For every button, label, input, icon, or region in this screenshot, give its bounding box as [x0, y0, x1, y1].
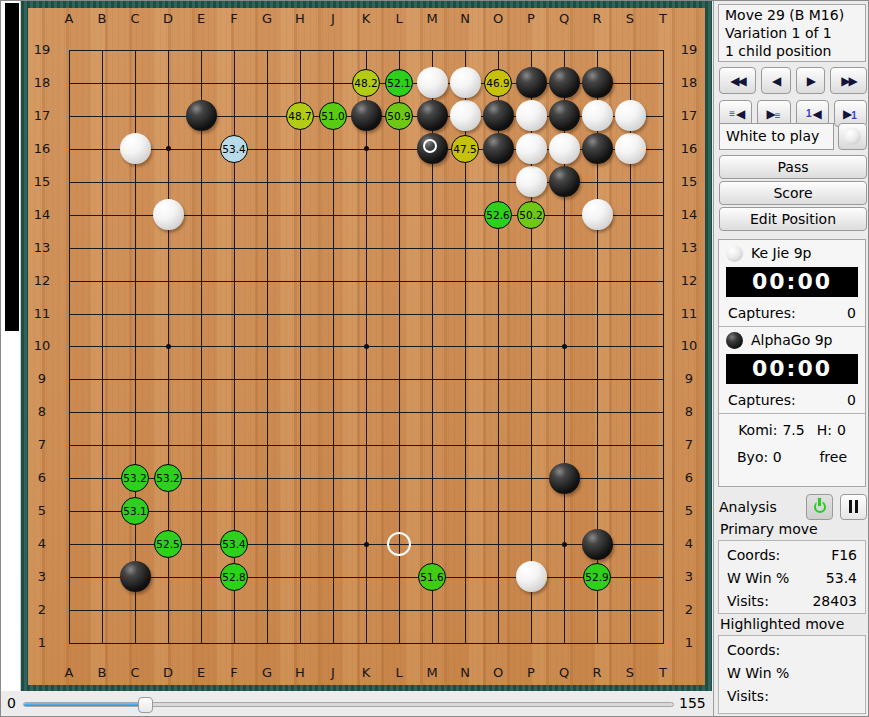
coord-label-top: C [123, 10, 147, 28]
turn-stone-button[interactable] [838, 123, 867, 150]
komi-value: 7.5 [782, 422, 804, 438]
white-stone-N17 [449, 99, 482, 132]
coord-label-top: K [354, 10, 378, 28]
turn-indicator: White to play [719, 123, 834, 150]
coord-label-top: D [156, 10, 180, 28]
coord-label-bottom: Q [552, 664, 576, 682]
pause-icon [849, 500, 858, 513]
app-window: AABBCCDDEEFFGGHHJJKKLLMMNNOOPPQQRRSSTT19… [0, 0, 869, 717]
coord-label-left: 16 [30, 140, 54, 158]
edit-position-button[interactable]: Edit Position [719, 207, 867, 231]
byo-label: Byo: [737, 449, 768, 465]
white-stone-S17 [614, 99, 647, 132]
coord-label-left: 5 [30, 502, 54, 520]
coord-label-right: 11 [677, 305, 701, 323]
analysis-circle-L18[interactable]: 52.1 [383, 66, 416, 99]
coord-label-left: 1 [30, 634, 54, 652]
white-stone-R17 [581, 99, 614, 132]
coord-label-left: 17 [30, 107, 54, 125]
analysis-circle-F4[interactable]: 53.4 [218, 528, 251, 561]
coord-label-top: P [519, 10, 543, 28]
primary-winrate-value: 53.4 [826, 570, 857, 586]
coord-label-right: 5 [677, 502, 701, 520]
black-stone-M16 [416, 132, 449, 165]
white-stone-R14 [581, 198, 614, 231]
white-stone-C16 [119, 132, 152, 165]
coord-label-right: 13 [677, 239, 701, 257]
analysis-circle-O18[interactable]: 46.9 [482, 66, 515, 99]
move-slider-fill [24, 703, 145, 706]
white-stone-Q16 [548, 132, 581, 165]
coord-label-bottom: E [189, 664, 213, 682]
coord-label-bottom: B [90, 664, 114, 682]
black-stone-K17 [350, 99, 383, 132]
white-stone-icon [726, 245, 743, 262]
analysis-circle-F3[interactable]: 52.8 [218, 561, 251, 594]
coord-label-left: 15 [30, 173, 54, 191]
coord-label-bottom: L [387, 664, 411, 682]
analysis-circle-N16[interactable]: 47.5 [449, 132, 482, 165]
score-button[interactable]: Score [719, 181, 867, 205]
coord-label-left: 19 [30, 41, 54, 59]
move-info-line3: 1 child position [725, 42, 859, 60]
coord-label-bottom: J [321, 664, 345, 682]
coord-label-top: M [420, 10, 444, 28]
black-stone-Q17 [548, 99, 581, 132]
coord-label-bottom: P [519, 664, 543, 682]
primary-move-label: Primary move [720, 521, 868, 539]
coord-label-top: N [453, 10, 477, 28]
coord-label-right: 18 [677, 74, 701, 92]
coord-label-bottom: O [486, 664, 510, 682]
white-stone-D14 [152, 198, 185, 231]
white-stone-S16 [614, 132, 647, 165]
collapsed-panel-bar[interactable] [5, 3, 19, 331]
coord-label-right: 6 [677, 469, 701, 487]
highlighted-coords-row: Coords: [727, 638, 857, 661]
side-panel: Move 29 (B M16) Variation 1 of 1 1 child… [713, 1, 869, 717]
coord-label-left: 8 [30, 403, 54, 421]
analysis-circle-R3[interactable]: 52.9 [581, 561, 614, 594]
black-stone-O16 [482, 132, 515, 165]
black-player-name: AlphaGo 9p [751, 332, 832, 348]
coord-label-left: 6 [30, 469, 54, 487]
last-move-marker [423, 139, 437, 153]
white-stone-P16 [515, 132, 548, 165]
coord-label-left: 3 [30, 568, 54, 586]
black-stone-icon [726, 332, 743, 349]
visits-label: Visits: [727, 593, 769, 609]
coord-label-top: L [387, 10, 411, 28]
move-info-line1: Move 29 (B M16) [725, 6, 859, 24]
captures-label: Captures: [728, 305, 796, 321]
coord-label-top: J [321, 10, 345, 28]
primary-visits-value: 28403 [812, 593, 857, 609]
black-stone-Q6 [548, 462, 581, 495]
byo-value: 0 [773, 449, 782, 465]
analysis-circle-L17[interactable]: 50.9 [383, 99, 416, 132]
move-slider-handle[interactable] [138, 697, 153, 713]
divider [719, 413, 865, 414]
left-gutter [1, 1, 21, 691]
analysis-circle-C5[interactable]: 53.1 [119, 495, 152, 528]
coords-label: Coords: [727, 547, 780, 563]
white-captures-value: 0 [847, 305, 856, 321]
highlighted-move-box: Coords: W Win % Visits: [718, 635, 866, 714]
white-stone-M18 [416, 66, 449, 99]
primary-coords-row: Coords: F16 [727, 543, 857, 566]
coord-label-bottom: F [222, 664, 246, 682]
analysis-circle-F16[interactable]: 53.4 [218, 132, 251, 165]
highlighted-move-label: Highlighted move [720, 616, 868, 634]
coord-label-right: 15 [677, 173, 701, 191]
coord-label-left: 11 [30, 305, 54, 323]
white-stone-P17 [515, 99, 548, 132]
analysis-label: Analysis [719, 499, 806, 515]
coord-label-bottom: S [618, 664, 642, 682]
black-stone-O17 [482, 99, 515, 132]
komi-label: Komi: [738, 422, 777, 438]
white-player-row: Ke Jie 9p [719, 240, 865, 266]
slider-max-label: 155 [679, 695, 706, 711]
winrate-label: W Win % [727, 665, 789, 681]
coord-label-bottom: R [585, 664, 609, 682]
winrate-label: W Win % [727, 570, 789, 586]
analysis-circle-H17[interactable]: 48.7 [284, 99, 317, 132]
coord-label-left: 7 [30, 436, 54, 454]
coord-label-top: B [90, 10, 114, 28]
coord-label-top: O [486, 10, 510, 28]
ghost-move-circle-L4[interactable] [383, 528, 416, 561]
visits-label: Visits: [727, 688, 769, 704]
coord-label-top: G [255, 10, 279, 28]
handicap-label: H: [817, 422, 832, 438]
coord-label-right: 12 [677, 272, 701, 290]
black-stone-C3 [119, 561, 152, 594]
coord-label-top: T [651, 10, 675, 28]
black-stone-E17 [185, 99, 218, 132]
highlighted-winrate-row: W Win % [727, 661, 857, 684]
black-stone-R16 [581, 132, 614, 165]
captures-label: Captures: [728, 392, 796, 408]
black-player-row: AlphaGo 9p [719, 327, 865, 353]
coord-label-right: 16 [677, 140, 701, 158]
move-info-box: Move 29 (B M16) Variation 1 of 1 1 child… [718, 4, 866, 62]
coord-label-bottom: T [651, 664, 675, 682]
coord-label-bottom: M [420, 664, 444, 682]
skip-to-start-button[interactable]: ◀◀ [719, 67, 756, 94]
white-stone-P3 [515, 561, 548, 594]
coord-label-left: 4 [30, 535, 54, 553]
coord-label-bottom: H [288, 664, 312, 682]
coord-label-top: E [189, 10, 213, 28]
coord-label-top: A [57, 10, 81, 28]
analysis-controls: Analysis [719, 493, 867, 520]
coord-label-top: Q [552, 10, 576, 28]
players-box: Ke Jie 9p 00:00 Captures: 0 AlphaGo 9p 0… [718, 239, 866, 487]
coord-label-right: 14 [677, 206, 701, 224]
pass-button[interactable]: Pass [719, 155, 867, 179]
move-slider-bar: 0 155 [1, 691, 713, 717]
black-stone-P18 [515, 66, 548, 99]
coord-label-bottom: K [354, 664, 378, 682]
white-captures-row: Captures: 0 [719, 300, 865, 326]
black-stone-Q18 [548, 66, 581, 99]
primary-move-box: Coords: F16 W Win % 53.4 Visits: 28403 [718, 540, 866, 614]
board-stones: 53.448.751.048.252.150.946.947.552.650.2… [53, 34, 680, 660]
coord-label-right: 19 [677, 41, 701, 59]
primary-visits-row: Visits: 28403 [727, 589, 857, 612]
forward-button[interactable]: ▶ [796, 67, 826, 94]
coord-label-left: 12 [30, 272, 54, 290]
white-stone-icon [844, 128, 861, 145]
coord-label-right: 1 [677, 634, 701, 652]
coord-label-right: 2 [677, 601, 701, 619]
move-info-line2: Variation 1 of 1 [725, 24, 859, 42]
power-icon [814, 501, 826, 513]
analysis-circle-D4[interactable]: 52.5 [152, 528, 185, 561]
coord-label-bottom: G [255, 664, 279, 682]
black-stone-M17 [416, 99, 449, 132]
slider-min-label: 0 [7, 695, 16, 711]
coord-label-right: 8 [677, 403, 701, 421]
black-captures-row: Captures: 0 [719, 387, 865, 413]
coord-label-left: 14 [30, 206, 54, 224]
byo-row: Byo: 0 free [719, 443, 865, 470]
coord-label-top: S [618, 10, 642, 28]
coord-label-left: 9 [30, 370, 54, 388]
coord-label-right: 10 [677, 337, 701, 355]
coord-label-bottom: D [156, 664, 180, 682]
primary-winrate-row: W Win % 53.4 [727, 566, 857, 589]
black-stone-R18 [581, 66, 614, 99]
coord-label-left: 18 [30, 74, 54, 92]
white-clock: 00:00 [726, 267, 858, 297]
black-stone-R4 [581, 528, 614, 561]
white-stone-N18 [449, 66, 482, 99]
coord-label-bottom: C [123, 664, 147, 682]
coord-label-top: F [222, 10, 246, 28]
go-board[interactable]: AABBCCDDEEFFGGHHJJKKLLMMNNOOPPQQRRSSTT19… [21, 1, 712, 691]
skip-to-end-button[interactable]: ▶▶ [830, 67, 867, 94]
coord-label-top: H [288, 10, 312, 28]
primary-coords-value: F16 [831, 547, 857, 563]
white-stone-P15 [515, 165, 548, 198]
coord-label-right: 17 [677, 107, 701, 125]
analysis-power-button[interactable] [806, 494, 833, 520]
coord-label-right: 9 [677, 370, 701, 388]
coord-label-top: R [585, 10, 609, 28]
coord-label-left: 13 [30, 239, 54, 257]
coord-label-right: 3 [677, 568, 701, 586]
white-player-name: Ke Jie 9p [751, 245, 811, 261]
coord-label-left: 10 [30, 337, 54, 355]
analysis-pause-button[interactable] [840, 494, 867, 520]
handicap-value: 0 [837, 422, 846, 438]
analysis-circle-K18[interactable]: 48.2 [350, 66, 383, 99]
coord-label-right: 7 [677, 436, 701, 454]
analysis-circle-J17[interactable]: 51.0 [317, 99, 350, 132]
highlighted-visits-row: Visits: [727, 684, 857, 707]
coord-label-left: 2 [30, 601, 54, 619]
coord-label-bottom: N [453, 664, 477, 682]
black-clock: 00:00 [726, 354, 858, 384]
coord-label-bottom: A [57, 664, 81, 682]
analysis-circle-M3[interactable]: 51.6 [416, 561, 449, 594]
byo-type: free [819, 449, 847, 465]
nav-buttons-row1: ◀◀◀▶▶▶ [719, 67, 867, 94]
black-captures-value: 0 [847, 392, 856, 408]
back-button[interactable]: ◀ [761, 67, 791, 94]
analysis-circle-P14[interactable]: 50.2 [515, 198, 548, 231]
coord-label-right: 4 [677, 535, 701, 553]
analysis-circle-D6[interactable]: 53.2 [152, 462, 185, 495]
coords-label: Coords: [727, 642, 780, 658]
analysis-circle-C6[interactable]: 53.2 [119, 462, 152, 495]
black-stone-Q15 [548, 165, 581, 198]
komi-row: Komi: 7.5 H: 0 [719, 416, 865, 443]
analysis-circle-O14[interactable]: 52.6 [482, 198, 515, 231]
move-slider-track[interactable] [23, 702, 674, 707]
